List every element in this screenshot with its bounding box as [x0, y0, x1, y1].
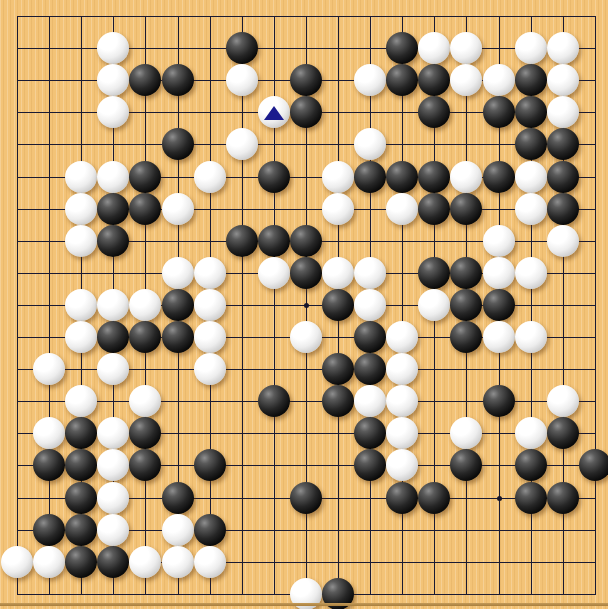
white-stone[interactable] — [322, 193, 354, 225]
black-stone[interactable] — [65, 417, 97, 449]
white-stone[interactable] — [258, 96, 290, 128]
black-stone[interactable] — [547, 128, 579, 160]
white-stone[interactable] — [97, 417, 129, 449]
white-stone[interactable] — [162, 193, 194, 225]
white-stone[interactable] — [386, 193, 418, 225]
black-stone[interactable] — [290, 257, 322, 289]
black-stone[interactable] — [418, 64, 450, 96]
white-stone[interactable] — [322, 161, 354, 193]
white-stone[interactable] — [65, 321, 97, 353]
black-stone[interactable] — [97, 193, 129, 225]
black-stone[interactable] — [354, 321, 386, 353]
white-stone[interactable] — [97, 514, 129, 546]
white-stone[interactable] — [547, 32, 579, 64]
white-stone[interactable] — [97, 353, 129, 385]
white-stone[interactable] — [515, 321, 547, 353]
black-stone[interactable] — [162, 64, 194, 96]
white-stone[interactable] — [65, 289, 97, 321]
white-stone[interactable] — [226, 64, 258, 96]
black-stone[interactable] — [322, 385, 354, 417]
black-stone[interactable] — [483, 385, 515, 417]
black-stone[interactable] — [129, 417, 161, 449]
black-stone[interactable] — [418, 257, 450, 289]
white-stone[interactable] — [194, 546, 226, 578]
black-stone[interactable] — [515, 64, 547, 96]
black-stone[interactable] — [65, 546, 97, 578]
black-stone[interactable] — [194, 514, 226, 546]
white-stone[interactable] — [1, 546, 33, 578]
white-stone[interactable] — [129, 289, 161, 321]
black-stone[interactable] — [258, 385, 290, 417]
black-stone[interactable] — [354, 161, 386, 193]
black-stone[interactable] — [483, 161, 515, 193]
black-stone[interactable] — [129, 321, 161, 353]
black-stone[interactable] — [547, 482, 579, 514]
black-stone[interactable] — [194, 449, 226, 481]
black-stone[interactable] — [386, 64, 418, 96]
black-stone[interactable] — [162, 128, 194, 160]
black-stone[interactable] — [579, 449, 608, 481]
white-stone[interactable] — [450, 64, 482, 96]
black-stone[interactable] — [290, 225, 322, 257]
white-stone[interactable] — [290, 321, 322, 353]
white-stone[interactable] — [515, 32, 547, 64]
black-stone[interactable] — [515, 449, 547, 481]
black-stone[interactable] — [258, 161, 290, 193]
black-stone[interactable] — [547, 193, 579, 225]
white-stone[interactable] — [33, 417, 65, 449]
white-stone[interactable] — [354, 128, 386, 160]
black-stone[interactable] — [129, 161, 161, 193]
black-stone[interactable] — [450, 289, 482, 321]
white-stone[interactable] — [547, 225, 579, 257]
white-stone[interactable] — [418, 289, 450, 321]
black-stone[interactable] — [354, 449, 386, 481]
white-stone[interactable] — [65, 385, 97, 417]
black-stone[interactable] — [354, 353, 386, 385]
grid-line-vertical — [595, 16, 596, 595]
white-stone[interactable] — [515, 417, 547, 449]
white-stone[interactable] — [418, 32, 450, 64]
white-stone[interactable] — [386, 321, 418, 353]
black-stone[interactable] — [547, 417, 579, 449]
white-stone[interactable] — [354, 289, 386, 321]
white-stone[interactable] — [97, 449, 129, 481]
white-stone[interactable] — [258, 257, 290, 289]
white-stone[interactable] — [97, 161, 129, 193]
black-stone[interactable] — [450, 193, 482, 225]
black-stone[interactable] — [33, 514, 65, 546]
black-stone[interactable] — [450, 321, 482, 353]
black-stone[interactable] — [226, 32, 258, 64]
white-stone[interactable] — [354, 257, 386, 289]
black-stone[interactable] — [418, 482, 450, 514]
white-stone[interactable] — [386, 385, 418, 417]
white-stone[interactable] — [194, 353, 226, 385]
black-stone[interactable] — [97, 321, 129, 353]
white-stone[interactable] — [65, 225, 97, 257]
last-move-triangle-marker-icon — [264, 106, 284, 120]
white-stone[interactable] — [547, 96, 579, 128]
white-stone[interactable] — [386, 449, 418, 481]
black-stone[interactable] — [162, 482, 194, 514]
star-point — [497, 496, 502, 501]
white-stone[interactable] — [194, 289, 226, 321]
white-stone[interactable] — [450, 32, 482, 64]
white-stone[interactable] — [194, 257, 226, 289]
white-stone[interactable] — [33, 546, 65, 578]
white-stone[interactable] — [129, 546, 161, 578]
go-board-screenshot — [0, 0, 608, 609]
white-stone[interactable] — [97, 32, 129, 64]
white-stone[interactable] — [386, 353, 418, 385]
black-stone[interactable] — [129, 64, 161, 96]
black-stone[interactable] — [515, 128, 547, 160]
white-stone[interactable] — [129, 385, 161, 417]
white-stone[interactable] — [322, 257, 354, 289]
white-stone[interactable] — [354, 385, 386, 417]
black-stone[interactable] — [290, 96, 322, 128]
black-stone[interactable] — [418, 161, 450, 193]
black-stone[interactable] — [450, 449, 482, 481]
white-stone[interactable] — [515, 193, 547, 225]
white-stone[interactable] — [97, 289, 129, 321]
black-stone[interactable] — [483, 289, 515, 321]
white-stone[interactable] — [450, 417, 482, 449]
black-stone[interactable] — [322, 289, 354, 321]
black-stone[interactable] — [450, 257, 482, 289]
black-stone[interactable] — [162, 321, 194, 353]
white-stone[interactable] — [483, 321, 515, 353]
black-stone[interactable] — [547, 161, 579, 193]
black-stone[interactable] — [386, 161, 418, 193]
black-stone[interactable] — [97, 225, 129, 257]
white-stone[interactable] — [547, 64, 579, 96]
white-stone[interactable] — [33, 353, 65, 385]
black-stone[interactable] — [386, 482, 418, 514]
white-stone[interactable] — [547, 385, 579, 417]
black-stone[interactable] — [483, 96, 515, 128]
white-stone[interactable] — [483, 64, 515, 96]
white-stone[interactable] — [450, 161, 482, 193]
black-stone[interactable] — [258, 225, 290, 257]
black-stone[interactable] — [418, 193, 450, 225]
black-stone[interactable] — [354, 417, 386, 449]
white-stone[interactable] — [386, 417, 418, 449]
black-stone[interactable] — [129, 449, 161, 481]
black-stone[interactable] — [386, 32, 418, 64]
white-stone[interactable] — [194, 321, 226, 353]
white-stone[interactable] — [483, 225, 515, 257]
black-stone[interactable] — [162, 289, 194, 321]
star-point — [304, 303, 309, 308]
black-stone[interactable] — [290, 64, 322, 96]
goban[interactable] — [0, 0, 608, 609]
black-stone[interactable] — [65, 514, 97, 546]
black-stone[interactable] — [418, 96, 450, 128]
white-stone[interactable] — [515, 257, 547, 289]
white-stone[interactable] — [515, 161, 547, 193]
black-stone[interactable] — [129, 193, 161, 225]
white-stone[interactable] — [162, 514, 194, 546]
white-stone[interactable] — [97, 96, 129, 128]
white-stone[interactable] — [65, 193, 97, 225]
black-stone[interactable] — [65, 449, 97, 481]
white-stone[interactable] — [97, 482, 129, 514]
black-stone[interactable] — [226, 225, 258, 257]
black-stone[interactable] — [515, 482, 547, 514]
white-stone[interactable] — [194, 161, 226, 193]
black-stone[interactable] — [97, 546, 129, 578]
white-stone[interactable] — [97, 64, 129, 96]
black-stone[interactable] — [33, 449, 65, 481]
white-stone[interactable] — [354, 64, 386, 96]
white-stone[interactable] — [162, 257, 194, 289]
board-bottom-edge — [0, 603, 608, 606]
black-stone[interactable] — [322, 353, 354, 385]
black-stone[interactable] — [65, 482, 97, 514]
white-stone[interactable] — [483, 257, 515, 289]
white-stone[interactable] — [162, 546, 194, 578]
black-stone[interactable] — [515, 96, 547, 128]
black-stone[interactable] — [290, 482, 322, 514]
white-stone[interactable] — [65, 161, 97, 193]
white-stone[interactable] — [226, 128, 258, 160]
